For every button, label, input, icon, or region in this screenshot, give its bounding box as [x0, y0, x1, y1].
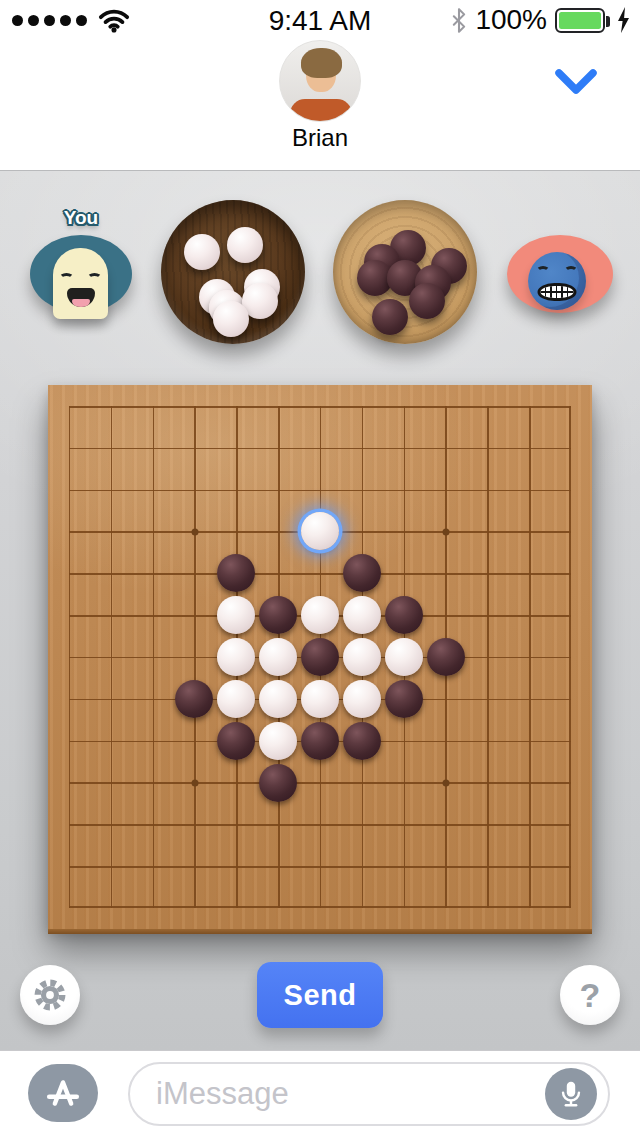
white-stone-c5-r6: [259, 638, 297, 676]
game-area: You Send ?: [0, 171, 640, 1050]
black-stone-c3-r7: [175, 680, 213, 718]
white-bowl-stone: [227, 227, 263, 263]
send-button-label: Send: [284, 979, 357, 1012]
eye-icon: [536, 266, 550, 277]
status-right-cluster: 100%: [451, 0, 630, 40]
send-button[interactable]: Send: [257, 962, 383, 1028]
white-stone-c4-r5: [217, 596, 255, 634]
white-stone-c5-r8: [259, 722, 297, 760]
white-stones-bowl: [161, 200, 305, 344]
app-store-icon: [37, 1073, 89, 1113]
white-stone-c6-r3: [301, 512, 339, 550]
dictation-button[interactable]: [545, 1068, 597, 1120]
black-stone-c9-r6: [427, 638, 465, 676]
message-input-pill: [128, 1062, 610, 1126]
gear-icon: [30, 975, 70, 1015]
grin-icon: [538, 283, 577, 301]
white-stone-c5-r7: [259, 680, 297, 718]
player-you-character: [53, 248, 108, 319]
battery-icon: [555, 8, 605, 33]
black-stone-c6-r6: [301, 638, 339, 676]
eye-icon: [59, 273, 74, 284]
white-stone-c4-r7: [217, 680, 255, 718]
black-stone-c6-r8: [301, 722, 339, 760]
white-bowl-stone: [213, 301, 249, 337]
black-stone-c7-r4: [343, 554, 381, 592]
message-composer-bar: [0, 1050, 640, 1136]
white-stone-c4-r6: [217, 638, 255, 676]
white-stone-c6-r7: [301, 680, 339, 718]
black-stone-c8-r7: [385, 680, 423, 718]
black-stone-c4-r4: [217, 554, 255, 592]
chevron-down-icon[interactable]: [555, 68, 597, 98]
eye-icon: [87, 273, 102, 284]
white-bowl-stone: [184, 234, 220, 270]
board-stones: [48, 385, 592, 929]
black-bowl-stone: [372, 299, 408, 335]
conversation-header: 9:41 AM 100% Brian: [0, 0, 640, 171]
help-button-label: ?: [580, 976, 601, 1015]
black-stone-c7-r8: [343, 722, 381, 760]
help-button[interactable]: ?: [560, 965, 620, 1025]
charging-bolt-icon: [617, 7, 630, 33]
game-board[interactable]: [48, 385, 592, 929]
black-bowl-stone: [409, 283, 445, 319]
white-stone-c8-r6: [385, 638, 423, 676]
eye-icon: [564, 266, 578, 277]
contact-avatar: [279, 40, 361, 122]
mouth-icon: [67, 288, 95, 307]
white-stone-c7-r6: [343, 638, 381, 676]
you-label: You: [30, 207, 132, 229]
bluetooth-icon: [451, 7, 467, 34]
avatar-shirt: [290, 99, 352, 122]
settings-button[interactable]: [20, 965, 80, 1025]
imessage-input[interactable]: [156, 1066, 516, 1122]
app-store-button[interactable]: [28, 1064, 98, 1122]
battery-percent: 100%: [475, 4, 547, 36]
microphone-icon: [556, 1079, 586, 1109]
black-stone-c4-r8: [217, 722, 255, 760]
white-stone-c7-r7: [343, 680, 381, 718]
white-stone-c7-r5: [343, 596, 381, 634]
contact-name: Brian: [0, 124, 640, 152]
avatar-hair: [301, 48, 342, 78]
opponent-avatar-face: [528, 252, 586, 310]
black-stone-c8-r5: [385, 596, 423, 634]
black-stone-c5-r5: [259, 596, 297, 634]
white-stone-c6-r5: [301, 596, 339, 634]
black-stone-c5-r9: [259, 764, 297, 802]
black-stones-bowl: [333, 200, 477, 344]
imessage-game-screen: 9:41 AM 100% Brian You: [0, 0, 640, 1136]
